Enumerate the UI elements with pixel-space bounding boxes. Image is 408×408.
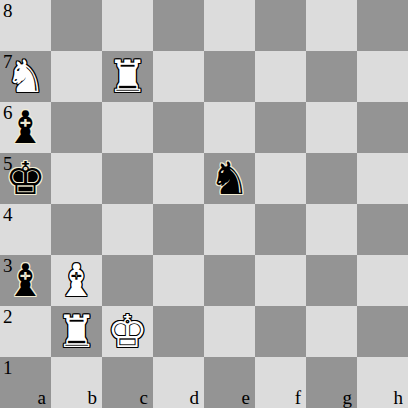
square-d3[interactable] xyxy=(153,255,204,306)
rank-label-4: 4 xyxy=(3,205,13,224)
square-h5[interactable] xyxy=(357,153,408,204)
square-a4[interactable]: 4 xyxy=(0,204,51,255)
square-e3[interactable] xyxy=(204,255,255,306)
square-f5[interactable] xyxy=(255,153,306,204)
rank-label-7: 7 xyxy=(3,52,13,71)
rank-label-6: 6 xyxy=(3,103,13,122)
square-a3[interactable]: 3♝ xyxy=(0,255,51,306)
square-c3[interactable] xyxy=(102,255,153,306)
file-label-h: h xyxy=(394,388,404,407)
file-label-d: d xyxy=(190,388,200,407)
square-d8[interactable] xyxy=(153,0,204,51)
white-rook[interactable]: ♜ xyxy=(56,309,96,354)
square-b2[interactable]: ♜ xyxy=(51,306,102,357)
chess-board: 87♞♜6♝5♚♞43♝♝2♜♚1abcdefgh xyxy=(0,0,408,408)
square-h6[interactable] xyxy=(357,102,408,153)
white-bishop[interactable]: ♝ xyxy=(56,258,96,303)
square-e7[interactable] xyxy=(204,51,255,102)
square-b4[interactable] xyxy=(51,204,102,255)
square-d4[interactable] xyxy=(153,204,204,255)
square-d2[interactable] xyxy=(153,306,204,357)
square-d1[interactable]: d xyxy=(153,357,204,408)
square-f3[interactable] xyxy=(255,255,306,306)
square-e2[interactable] xyxy=(204,306,255,357)
square-e5[interactable]: ♞ xyxy=(204,153,255,204)
file-label-a: a xyxy=(38,388,46,407)
square-f2[interactable] xyxy=(255,306,306,357)
square-b8[interactable] xyxy=(51,0,102,51)
rank-label-5: 5 xyxy=(3,154,13,173)
square-a1[interactable]: 1a xyxy=(0,357,51,408)
square-c2[interactable]: ♚ xyxy=(102,306,153,357)
square-b3[interactable]: ♝ xyxy=(51,255,102,306)
square-d6[interactable] xyxy=(153,102,204,153)
square-e8[interactable] xyxy=(204,0,255,51)
square-g5[interactable] xyxy=(306,153,357,204)
square-a2[interactable]: 2 xyxy=(0,306,51,357)
square-h8[interactable] xyxy=(357,0,408,51)
square-h7[interactable] xyxy=(357,51,408,102)
file-label-e: e xyxy=(242,388,250,407)
square-a7[interactable]: 7♞ xyxy=(0,51,51,102)
rank-label-2: 2 xyxy=(3,307,13,326)
white-king[interactable]: ♚ xyxy=(107,309,147,354)
black-knight[interactable]: ♞ xyxy=(209,156,249,201)
rank-label-8: 8 xyxy=(3,1,13,20)
square-g6[interactable] xyxy=(306,102,357,153)
square-d5[interactable] xyxy=(153,153,204,204)
rank-label-1: 1 xyxy=(3,358,13,377)
square-e1[interactable]: e xyxy=(204,357,255,408)
file-label-b: b xyxy=(88,388,98,407)
square-b7[interactable] xyxy=(51,51,102,102)
square-f6[interactable] xyxy=(255,102,306,153)
square-f7[interactable] xyxy=(255,51,306,102)
rank-label-3: 3 xyxy=(3,256,13,275)
square-e6[interactable] xyxy=(204,102,255,153)
square-g2[interactable] xyxy=(306,306,357,357)
square-a8[interactable]: 8 xyxy=(0,0,51,51)
square-g1[interactable]: g xyxy=(306,357,357,408)
square-f1[interactable]: f xyxy=(255,357,306,408)
square-g8[interactable] xyxy=(306,0,357,51)
square-e4[interactable] xyxy=(204,204,255,255)
square-c1[interactable]: c xyxy=(102,357,153,408)
square-f8[interactable] xyxy=(255,0,306,51)
square-f4[interactable] xyxy=(255,204,306,255)
file-label-g: g xyxy=(343,388,353,407)
square-g4[interactable] xyxy=(306,204,357,255)
square-d7[interactable] xyxy=(153,51,204,102)
square-h2[interactable] xyxy=(357,306,408,357)
square-a6[interactable]: 6♝ xyxy=(0,102,51,153)
square-a5[interactable]: 5♚ xyxy=(0,153,51,204)
file-label-f: f xyxy=(295,388,301,407)
file-label-c: c xyxy=(140,388,148,407)
white-rook[interactable]: ♜ xyxy=(107,54,147,99)
square-h3[interactable] xyxy=(357,255,408,306)
square-b6[interactable] xyxy=(51,102,102,153)
square-c8[interactable] xyxy=(102,0,153,51)
square-g7[interactable] xyxy=(306,51,357,102)
square-g3[interactable] xyxy=(306,255,357,306)
square-h1[interactable]: h xyxy=(357,357,408,408)
square-b5[interactable] xyxy=(51,153,102,204)
square-c5[interactable] xyxy=(102,153,153,204)
square-c7[interactable]: ♜ xyxy=(102,51,153,102)
square-h4[interactable] xyxy=(357,204,408,255)
square-c6[interactable] xyxy=(102,102,153,153)
square-c4[interactable] xyxy=(102,204,153,255)
square-b1[interactable]: b xyxy=(51,357,102,408)
